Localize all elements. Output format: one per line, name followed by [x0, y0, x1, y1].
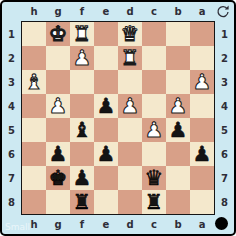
- black-bishop-f5: ♝: [73, 120, 92, 141]
- white-queen-d1: ♛: [121, 24, 140, 45]
- square-b8[interactable]: [166, 190, 190, 214]
- board-size-link[interactable]: Small: [5, 222, 30, 232]
- rank-labels-left: 12345678: [2, 22, 21, 214]
- square-d7[interactable]: [118, 166, 142, 190]
- square-d4[interactable]: ♟: [118, 94, 142, 118]
- square-c4[interactable]: [142, 94, 166, 118]
- square-d1[interactable]: ♛: [118, 22, 142, 46]
- square-d6[interactable]: [118, 142, 142, 166]
- white-pawn-d4: ♟: [121, 96, 140, 117]
- black-pawn-g6: ♟: [49, 144, 68, 165]
- square-h8[interactable]: [22, 190, 46, 214]
- rank-label-right-5: 5: [215, 118, 234, 142]
- file-label-bottom-b: b: [166, 215, 190, 234]
- square-g8[interactable]: [46, 190, 70, 214]
- file-labels-bottom: hgfedcba: [22, 215, 214, 234]
- square-a5[interactable]: [190, 118, 214, 142]
- square-b3[interactable]: [166, 70, 190, 94]
- square-e8[interactable]: [94, 190, 118, 214]
- white-rook-f1: ♜: [73, 24, 92, 45]
- square-h5[interactable]: [22, 118, 46, 142]
- square-e1[interactable]: [94, 22, 118, 46]
- square-b1[interactable]: [166, 22, 190, 46]
- square-g5[interactable]: [46, 118, 70, 142]
- square-f7[interactable]: ♟: [70, 166, 94, 190]
- square-c7[interactable]: ♛: [142, 166, 166, 190]
- black-king-g7: ♚: [49, 168, 68, 189]
- rank-label-right-1: 1: [215, 22, 234, 46]
- square-g1[interactable]: ♚: [46, 22, 70, 46]
- file-labels-top: hgfedcba: [22, 2, 214, 21]
- rank-label-left-4: 4: [2, 94, 21, 118]
- file-label-top-h: h: [22, 2, 46, 21]
- black-to-move-indicator: [215, 217, 228, 230]
- white-pawn-a3: ♟: [193, 72, 212, 93]
- square-d2[interactable]: ♜: [118, 46, 142, 70]
- file-label-bottom-e: e: [94, 215, 118, 234]
- flip-board-icon[interactable]: [215, 4, 231, 20]
- black-rook-c8: ♜: [145, 192, 164, 213]
- white-king-g1: ♚: [49, 24, 68, 45]
- square-g4[interactable]: ♟: [46, 94, 70, 118]
- rank-labels-right: 12345678: [215, 22, 234, 214]
- square-b4[interactable]: ♟: [166, 94, 190, 118]
- white-bishop-h3: ♝: [25, 72, 44, 93]
- white-rook-d2: ♜: [121, 48, 140, 69]
- square-g6[interactable]: ♟: [46, 142, 70, 166]
- white-pawn-f2: ♟: [73, 48, 92, 69]
- file-label-bottom-c: c: [142, 215, 166, 234]
- square-d3[interactable]: [118, 70, 142, 94]
- square-h3[interactable]: ♝: [22, 70, 46, 94]
- file-label-top-d: d: [118, 2, 142, 21]
- square-c8[interactable]: ♜: [142, 190, 166, 214]
- black-pawn-b5: ♟: [169, 120, 188, 141]
- square-b2[interactable]: [166, 46, 190, 70]
- rank-label-right-2: 2: [215, 46, 234, 70]
- square-h6[interactable]: [22, 142, 46, 166]
- square-c5[interactable]: ♟: [142, 118, 166, 142]
- square-a4[interactable]: [190, 94, 214, 118]
- square-g2[interactable]: [46, 46, 70, 70]
- rank-label-left-6: 6: [2, 142, 21, 166]
- square-f4[interactable]: [70, 94, 94, 118]
- file-label-top-e: e: [94, 2, 118, 21]
- square-c6[interactable]: [142, 142, 166, 166]
- black-pawn-a6: ♟: [193, 144, 212, 165]
- square-a8[interactable]: [190, 190, 214, 214]
- black-pawn-e6: ♟: [97, 144, 116, 165]
- square-f5[interactable]: ♝: [70, 118, 94, 142]
- rank-label-left-1: 1: [2, 22, 21, 46]
- rank-label-left-5: 5: [2, 118, 21, 142]
- square-e7[interactable]: [94, 166, 118, 190]
- square-d5[interactable]: [118, 118, 142, 142]
- rank-label-left-7: 7: [2, 166, 21, 190]
- square-c3[interactable]: [142, 70, 166, 94]
- square-f3[interactable]: [70, 70, 94, 94]
- square-a1[interactable]: [190, 22, 214, 46]
- file-label-top-f: f: [70, 2, 94, 21]
- rank-label-right-6: 6: [215, 142, 234, 166]
- black-rook-f8: ♜: [73, 192, 92, 213]
- square-f8[interactable]: ♜: [70, 190, 94, 214]
- black-pawn-e4: ♟: [97, 96, 116, 117]
- square-h4[interactable]: [22, 94, 46, 118]
- white-pawn-b4: ♟: [169, 96, 188, 117]
- square-d8[interactable]: [118, 190, 142, 214]
- rank-label-right-3: 3: [215, 70, 234, 94]
- rank-label-right-7: 7: [215, 166, 234, 190]
- rank-label-right-4: 4: [215, 94, 234, 118]
- square-c2[interactable]: [142, 46, 166, 70]
- file-label-bottom-f: f: [70, 215, 94, 234]
- square-e3[interactable]: [94, 70, 118, 94]
- square-f6[interactable]: [70, 142, 94, 166]
- square-a6[interactable]: ♟: [190, 142, 214, 166]
- square-h7[interactable]: [22, 166, 46, 190]
- file-label-top-a: a: [190, 2, 214, 21]
- rank-label-left-8: 8: [2, 190, 21, 214]
- file-label-top-b: b: [166, 2, 190, 21]
- square-g3[interactable]: [46, 70, 70, 94]
- square-e6[interactable]: ♟: [94, 142, 118, 166]
- file-label-top-c: c: [142, 2, 166, 21]
- square-a3[interactable]: ♟: [190, 70, 214, 94]
- square-e5[interactable]: [94, 118, 118, 142]
- file-label-bottom-a: a: [190, 215, 214, 234]
- file-label-top-g: g: [46, 2, 70, 21]
- square-a7[interactable]: [190, 166, 214, 190]
- rank-label-right-8: 8: [215, 190, 234, 214]
- square-h2[interactable]: [22, 46, 46, 70]
- square-c1[interactable]: [142, 22, 166, 46]
- white-pawn-c5: ♟: [145, 120, 164, 141]
- square-e2[interactable]: [94, 46, 118, 70]
- black-pawn-f7: ♟: [73, 168, 92, 189]
- square-e4[interactable]: ♟: [94, 94, 118, 118]
- chess-board-panel: hgfedcba hgfedcba 12345678 12345678 ♚♜♛♟…: [0, 0, 236, 236]
- white-pawn-g4: ♟: [49, 96, 68, 117]
- rank-label-left-2: 2: [2, 46, 21, 70]
- file-label-bottom-d: d: [118, 215, 142, 234]
- file-label-bottom-g: g: [46, 215, 70, 234]
- rank-label-left-3: 3: [2, 70, 21, 94]
- square-g7[interactable]: ♚: [46, 166, 70, 190]
- square-a2[interactable]: [190, 46, 214, 70]
- square-f1[interactable]: ♜: [70, 22, 94, 46]
- square-b7[interactable]: [166, 166, 190, 190]
- square-h1[interactable]: [22, 22, 46, 46]
- square-f2[interactable]: ♟: [70, 46, 94, 70]
- black-queen-c7: ♛: [145, 168, 164, 189]
- square-b6[interactable]: [166, 142, 190, 166]
- chess-board: ♚♜♛♟♜♝♟♟♟♟♟♝♟♟♟♟♟♚♟♛♜♜: [21, 21, 215, 215]
- square-b5[interactable]: ♟: [166, 118, 190, 142]
